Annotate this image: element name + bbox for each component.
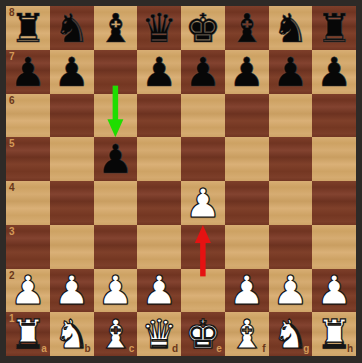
piece-black-pawn[interactable]: ♟ bbox=[225, 50, 269, 94]
square-c1[interactable]: c♝ bbox=[94, 312, 138, 356]
square-e5[interactable] bbox=[181, 137, 225, 181]
piece-white-knight[interactable]: ♞ bbox=[269, 312, 313, 356]
square-e4[interactable]: ♟ bbox=[181, 181, 225, 225]
rank-label-3: 3 bbox=[9, 227, 15, 237]
square-b2[interactable]: ♟ bbox=[50, 269, 94, 313]
piece-black-bishop[interactable]: ♝ bbox=[94, 6, 138, 50]
piece-black-bishop[interactable]: ♝ bbox=[225, 6, 269, 50]
square-e2[interactable] bbox=[181, 269, 225, 313]
square-f1[interactable]: f♝ bbox=[225, 312, 269, 356]
piece-white-pawn[interactable]: ♟ bbox=[137, 269, 181, 313]
piece-white-pawn[interactable]: ♟ bbox=[6, 269, 50, 313]
piece-black-knight[interactable]: ♞ bbox=[50, 6, 94, 50]
square-e7[interactable]: ♟ bbox=[181, 50, 225, 94]
square-a4[interactable]: 4 bbox=[6, 181, 50, 225]
piece-white-pawn[interactable]: ♟ bbox=[50, 269, 94, 313]
square-c8[interactable]: ♝ bbox=[94, 6, 138, 50]
square-f3[interactable] bbox=[225, 225, 269, 269]
square-c6[interactable] bbox=[94, 94, 138, 138]
square-g6[interactable] bbox=[269, 94, 313, 138]
piece-black-pawn[interactable]: ♟ bbox=[181, 50, 225, 94]
square-a2[interactable]: 2♟ bbox=[6, 269, 50, 313]
square-f4[interactable] bbox=[225, 181, 269, 225]
square-c3[interactable] bbox=[94, 225, 138, 269]
square-h2[interactable]: ♟ bbox=[312, 269, 356, 313]
square-e3[interactable] bbox=[181, 225, 225, 269]
square-g8[interactable]: ♞ bbox=[269, 6, 313, 50]
piece-white-pawn[interactable]: ♟ bbox=[181, 181, 225, 225]
piece-black-pawn[interactable]: ♟ bbox=[50, 50, 94, 94]
piece-white-rook[interactable]: ♜ bbox=[312, 312, 356, 356]
chess-board-frame: 8♜♞♝♛♚♝♞♜7♟♟♟♟♟♟♟65♟4♟32♟♟♟♟♟♟♟1a♜b♞c♝d♛… bbox=[0, 0, 362, 363]
piece-white-bishop[interactable]: ♝ bbox=[225, 312, 269, 356]
square-d8[interactable]: ♛ bbox=[137, 6, 181, 50]
square-a5[interactable]: 5 bbox=[6, 137, 50, 181]
piece-black-rook[interactable]: ♜ bbox=[6, 6, 50, 50]
square-d5[interactable] bbox=[137, 137, 181, 181]
square-e1[interactable]: e♚ bbox=[181, 312, 225, 356]
square-a1[interactable]: 1a♜ bbox=[6, 312, 50, 356]
square-g2[interactable]: ♟ bbox=[269, 269, 313, 313]
piece-black-pawn[interactable]: ♟ bbox=[269, 50, 313, 94]
square-b6[interactable] bbox=[50, 94, 94, 138]
piece-black-queen[interactable]: ♛ bbox=[137, 6, 181, 50]
square-c4[interactable] bbox=[94, 181, 138, 225]
square-d1[interactable]: d♛ bbox=[137, 312, 181, 356]
piece-black-pawn[interactable]: ♟ bbox=[94, 137, 138, 181]
square-h5[interactable] bbox=[312, 137, 356, 181]
rank-label-4: 4 bbox=[9, 183, 15, 193]
rank-label-6: 6 bbox=[9, 96, 15, 106]
square-h8[interactable]: ♜ bbox=[312, 6, 356, 50]
piece-white-queen[interactable]: ♛ bbox=[137, 312, 181, 356]
square-c7[interactable] bbox=[94, 50, 138, 94]
square-c5[interactable]: ♟ bbox=[94, 137, 138, 181]
square-h3[interactable] bbox=[312, 225, 356, 269]
piece-black-pawn[interactable]: ♟ bbox=[6, 50, 50, 94]
square-b5[interactable] bbox=[50, 137, 94, 181]
square-d7[interactable]: ♟ bbox=[137, 50, 181, 94]
square-f6[interactable] bbox=[225, 94, 269, 138]
piece-white-bishop[interactable]: ♝ bbox=[94, 312, 138, 356]
piece-white-king[interactable]: ♚ bbox=[181, 312, 225, 356]
square-b3[interactable] bbox=[50, 225, 94, 269]
chess-board: 8♜♞♝♛♚♝♞♜7♟♟♟♟♟♟♟65♟4♟32♟♟♟♟♟♟♟1a♜b♞c♝d♛… bbox=[6, 6, 356, 356]
piece-black-pawn[interactable]: ♟ bbox=[312, 50, 356, 94]
square-g5[interactable] bbox=[269, 137, 313, 181]
square-b7[interactable]: ♟ bbox=[50, 50, 94, 94]
square-e6[interactable] bbox=[181, 94, 225, 138]
square-g4[interactable] bbox=[269, 181, 313, 225]
piece-white-pawn[interactable]: ♟ bbox=[225, 269, 269, 313]
square-b4[interactable] bbox=[50, 181, 94, 225]
square-f5[interactable] bbox=[225, 137, 269, 181]
square-h6[interactable] bbox=[312, 94, 356, 138]
piece-white-knight[interactable]: ♞ bbox=[50, 312, 94, 356]
square-a6[interactable]: 6 bbox=[6, 94, 50, 138]
square-f7[interactable]: ♟ bbox=[225, 50, 269, 94]
square-a3[interactable]: 3 bbox=[6, 225, 50, 269]
piece-white-pawn[interactable]: ♟ bbox=[94, 269, 138, 313]
square-d6[interactable] bbox=[137, 94, 181, 138]
square-d2[interactable]: ♟ bbox=[137, 269, 181, 313]
square-g7[interactable]: ♟ bbox=[269, 50, 313, 94]
piece-white-pawn[interactable]: ♟ bbox=[269, 269, 313, 313]
square-e8[interactable]: ♚ bbox=[181, 6, 225, 50]
rank-label-5: 5 bbox=[9, 139, 15, 149]
square-f8[interactable]: ♝ bbox=[225, 6, 269, 50]
square-d3[interactable] bbox=[137, 225, 181, 269]
square-c2[interactable]: ♟ bbox=[94, 269, 138, 313]
piece-black-king[interactable]: ♚ bbox=[181, 6, 225, 50]
square-g1[interactable]: g♞ bbox=[269, 312, 313, 356]
square-b8[interactable]: ♞ bbox=[50, 6, 94, 50]
square-h7[interactable]: ♟ bbox=[312, 50, 356, 94]
piece-black-knight[interactable]: ♞ bbox=[269, 6, 313, 50]
square-h4[interactable] bbox=[312, 181, 356, 225]
piece-white-rook[interactable]: ♜ bbox=[6, 312, 50, 356]
square-h1[interactable]: h♜ bbox=[312, 312, 356, 356]
piece-white-pawn[interactable]: ♟ bbox=[312, 269, 356, 313]
piece-black-rook[interactable]: ♜ bbox=[312, 6, 356, 50]
square-g3[interactable] bbox=[269, 225, 313, 269]
square-a8[interactable]: 8♜ bbox=[6, 6, 50, 50]
square-a7[interactable]: 7♟ bbox=[6, 50, 50, 94]
square-f2[interactable]: ♟ bbox=[225, 269, 269, 313]
square-d4[interactable] bbox=[137, 181, 181, 225]
square-b1[interactable]: b♞ bbox=[50, 312, 94, 356]
piece-black-pawn[interactable]: ♟ bbox=[137, 50, 181, 94]
